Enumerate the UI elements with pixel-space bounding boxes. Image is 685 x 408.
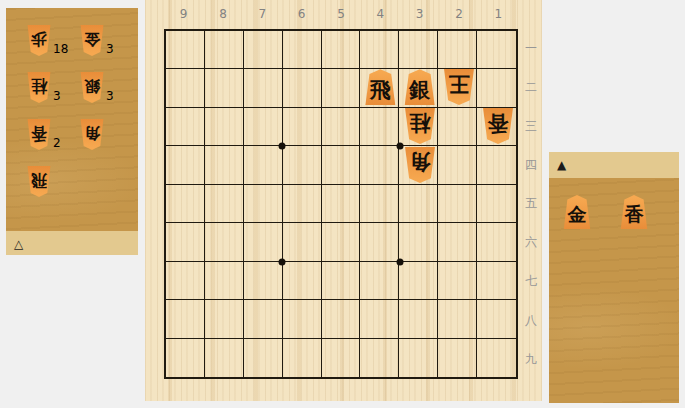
board-cell[interactable] [399,223,438,261]
board-cell[interactable] [360,146,399,184]
board-cell[interactable] [283,262,322,300]
board-cell[interactable] [399,300,438,338]
rank-label: 八 [520,301,542,340]
board-cell[interactable] [244,69,283,107]
board-cell[interactable] [166,69,205,107]
board-cell[interactable] [244,108,283,146]
board-cell[interactable] [283,146,322,184]
board-cell[interactable] [477,146,516,184]
board-cell[interactable] [438,262,477,300]
gote-marker: △ [14,238,23,250]
board-cell[interactable] [399,339,438,377]
board-cell[interactable] [360,108,399,146]
file-label: 8 [203,5,242,23]
board-cell[interactable] [283,69,322,107]
rank-label: 六 [520,223,542,262]
board-cell[interactable] [438,108,477,146]
piece-count: 2 [53,137,61,150]
rank-label: 七 [520,262,542,301]
star-point [397,259,404,266]
hand-slot: 金 [562,197,592,229]
star-point [397,142,404,149]
rank-label: 三 [520,107,542,146]
board-cell[interactable] [438,223,477,261]
board-cell[interactable] [477,300,516,338]
hand-piece-sente[interactable]: 金 [562,195,592,229]
hand-piece-gote[interactable]: 飛 [26,166,52,197]
board-cell[interactable] [166,31,205,69]
file-label: 4 [361,5,400,23]
piece-count: 3 [106,90,114,103]
board-cell[interactable] [322,223,361,261]
board-cell[interactable] [244,300,283,338]
board-cell[interactable] [205,339,244,377]
file-label: 5 [321,5,360,23]
rank-label: 一 [520,29,542,68]
board-cell[interactable] [244,339,283,377]
board-cell[interactable] [205,300,244,338]
board-cell[interactable] [477,31,516,69]
piece-count: 3 [106,43,114,56]
board-cell[interactable] [438,31,477,69]
rank-label: 四 [520,146,542,185]
board-cell[interactable] [205,31,244,69]
board-cell[interactable] [205,185,244,223]
board-cell[interactable] [399,31,438,69]
file-label: 6 [282,5,321,23]
board-cell[interactable] [283,185,322,223]
board-cell[interactable] [477,69,516,107]
board-cell[interactable] [360,300,399,338]
board-cell[interactable] [360,185,399,223]
star-point [279,259,286,266]
board-cell[interactable] [322,300,361,338]
board-cell[interactable] [322,31,361,69]
sente-marker: ▲ [557,159,566,171]
board-cell[interactable] [205,69,244,107]
board-cell[interactable] [166,339,205,377]
board-cell[interactable] [283,300,322,338]
board-cell[interactable] [166,223,205,261]
board-cell[interactable] [283,108,322,146]
hand-slot: 香 [619,197,649,229]
board-cell[interactable] [283,31,322,69]
hand-slot: 金3 [79,24,132,56]
board-cell[interactable] [166,185,205,223]
hand-piece-gote[interactable]: 歩 [26,25,52,56]
file-labels: 987654321 [164,5,518,23]
board-cell[interactable] [438,146,477,184]
rank-label: 五 [520,185,542,224]
board-cell[interactable] [244,223,283,261]
board-cell[interactable] [244,146,283,184]
sente-hand-strip: ▲ [549,152,679,178]
hand-slot: 飛 [26,165,79,197]
star-point [279,142,286,149]
hand-piece-gote[interactable]: 桂 [26,72,52,103]
piece-count: 3 [53,90,61,103]
hand-piece-gote[interactable]: 香 [26,119,52,150]
piece-count: 18 [53,43,68,56]
board-cell[interactable] [360,223,399,261]
board-cell[interactable] [244,31,283,69]
board-cell[interactable] [322,185,361,223]
board-cell[interactable] [322,262,361,300]
board-cell[interactable] [205,262,244,300]
board-cell[interactable] [477,339,516,377]
file-label: 7 [243,5,282,23]
board-cell[interactable] [205,108,244,146]
page: 歩18金3桂3銀3香2角飛 △ 987654321 一二三四五六七八九 飛銀王桂… [0,0,685,408]
board-cell[interactable] [205,223,244,261]
board-cell[interactable] [438,300,477,338]
board-cell[interactable] [283,223,322,261]
rank-label: 二 [520,68,542,107]
rank-labels: 一二三四五六七八九 [520,29,542,379]
board-cell[interactable] [360,31,399,69]
board-cell[interactable] [322,339,361,377]
board-cell[interactable] [477,185,516,223]
hand-piece-gote[interactable]: 銀 [79,72,105,103]
board-cell[interactable] [360,262,399,300]
board-cell[interactable] [166,108,205,146]
board-cell[interactable] [477,262,516,300]
board-cell[interactable] [477,223,516,261]
board-cell[interactable] [244,262,283,300]
board-cell[interactable] [438,185,477,223]
gote-hand-pieces: 歩18金3桂3銀3香2角飛 [26,24,132,197]
board-cell[interactable] [283,339,322,377]
file-label: 3 [400,5,439,23]
hand-piece-gote[interactable]: 金 [79,25,105,56]
board-cell[interactable] [360,339,399,377]
gote-hand-strip: △ [6,231,138,255]
board-cell[interactable] [166,146,205,184]
hand-piece-sente[interactable]: 香 [619,195,649,229]
hand-piece-gote[interactable]: 角 [79,119,105,150]
rank-label: 九 [520,340,542,379]
board-cell[interactable] [438,339,477,377]
board-cell[interactable] [244,185,283,223]
board-cell[interactable] [322,108,361,146]
hand-slot: 銀3 [79,71,132,103]
shogi-board: 987654321 一二三四五六七八九 飛銀王桂香角 [145,0,542,401]
file-label: 1 [479,5,518,23]
sente-hand-pieces: 金香 [562,197,649,229]
board-cell[interactable] [166,300,205,338]
file-label: 9 [164,5,203,23]
board-cell[interactable] [322,69,361,107]
gote-hand-panel: 歩18金3桂3銀3香2角飛 △ [6,8,138,255]
hand-slot: 角 [79,118,132,150]
board-cell[interactable] [322,146,361,184]
hand-slot: 桂3 [26,71,79,103]
board-cell[interactable] [399,185,438,223]
board-cell[interactable] [166,262,205,300]
board-cell[interactable] [205,146,244,184]
hand-slot: 香2 [26,118,79,150]
file-label: 2 [439,5,478,23]
board-cell[interactable] [399,262,438,300]
hand-slot: 歩18 [26,24,79,56]
sente-hand-panel: ▲ 金香 [549,152,679,403]
